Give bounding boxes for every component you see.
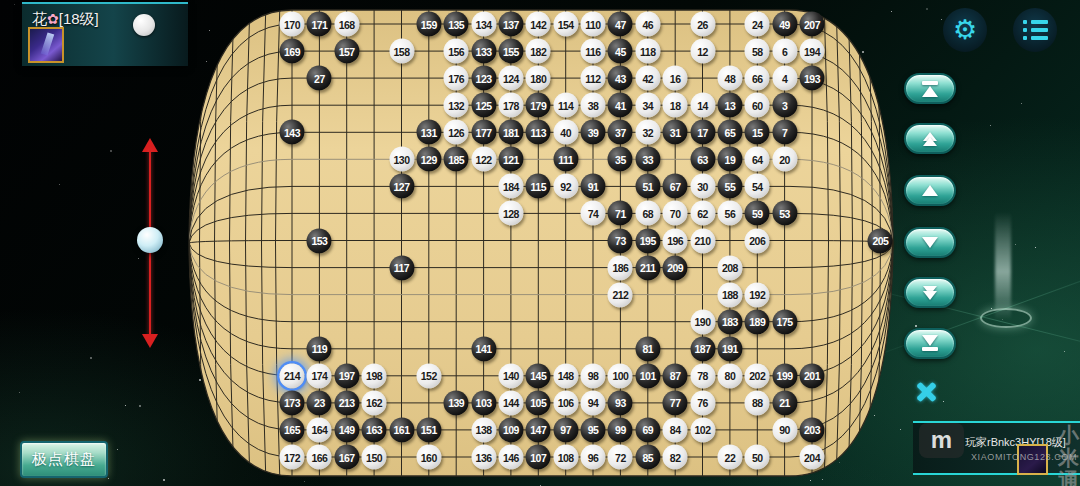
forward-one-button[interactable] [904,227,956,258]
gear-icon: ⚙ [953,14,977,46]
opponent-card: 玩家rBnkc3HY[18级] [913,421,1080,475]
down-bar-icon [922,335,938,346]
slider-handle[interactable] [137,227,163,253]
opponent-name: 玩家rBnkc3HY[18级] [965,435,1066,450]
white-stone-indicator [133,14,155,36]
back-one-button[interactable] [904,175,956,206]
opponent-avatar [1017,444,1048,475]
close-button[interactable] [911,376,941,406]
player-card: 花✿[18级] [22,2,188,66]
down-icon [922,237,938,248]
slider-down-arrow-icon[interactable] [142,334,158,348]
back-multiple-button[interactable] [904,123,956,154]
app-screen: 1701711681591351341371421541104746262449… [0,0,1080,486]
polar-board-button[interactable]: 极点棋盘 [20,441,108,478]
jump-to-last-button[interactable] [904,328,956,359]
list-icon [1023,20,1048,40]
menu-button[interactable] [1013,8,1057,52]
forward-multiple-button[interactable] [904,277,956,308]
up-bar-icon [922,81,938,85]
up-double-icon [923,137,937,146]
settings-button[interactable]: ⚙ [943,8,987,52]
down-bar-icon [922,347,938,351]
player-avatar [28,27,64,63]
variation-slider [134,138,166,348]
up-bar-icon [922,86,938,97]
down-double-icon [923,291,937,300]
up-icon [922,185,938,196]
flower-badge-icon: ✿ [47,11,59,27]
jump-to-first-button[interactable] [904,73,956,104]
